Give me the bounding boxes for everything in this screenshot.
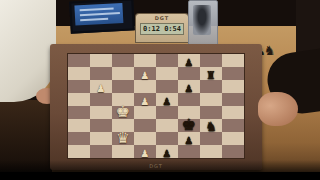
square-e8 bbox=[222, 106, 244, 119]
background-monitor bbox=[69, 0, 135, 34]
square-h7 bbox=[200, 145, 222, 158]
square-h2 bbox=[90, 145, 112, 158]
square-h4: ♟ bbox=[134, 145, 156, 158]
square-a4 bbox=[134, 54, 156, 67]
square-c8 bbox=[222, 80, 244, 93]
square-c2: ♟ bbox=[90, 80, 112, 93]
square-e2 bbox=[90, 106, 112, 119]
square-h3 bbox=[112, 145, 134, 158]
black-time: 0:54 bbox=[164, 25, 181, 33]
square-c6: ♟ bbox=[178, 80, 200, 93]
square-a8 bbox=[222, 54, 244, 67]
square-b6 bbox=[178, 67, 200, 80]
square-a3 bbox=[112, 54, 134, 67]
square-h5: ♟ bbox=[156, 145, 178, 158]
square-d4: ♟ bbox=[134, 93, 156, 106]
square-f7: ♞ bbox=[200, 119, 222, 132]
square-e5 bbox=[156, 106, 178, 119]
square-b4: ♟ bbox=[134, 67, 156, 80]
square-h8 bbox=[222, 145, 244, 158]
square-e3: ♚ bbox=[112, 106, 134, 119]
monitor-content-line bbox=[80, 7, 114, 11]
square-a1 bbox=[68, 54, 90, 67]
square-g4 bbox=[134, 132, 156, 145]
square-e6 bbox=[178, 106, 200, 119]
square-f5 bbox=[156, 119, 178, 132]
square-d6 bbox=[178, 93, 200, 106]
chess-board: ♟♟♜♟♟♟♟♚♚♞♛♟♟♟ DGT bbox=[50, 44, 262, 170]
black-pawn-h5: ♟ bbox=[163, 149, 172, 159]
square-c7 bbox=[200, 80, 222, 93]
board-grid: ♟♟♜♟♟♟♟♚♚♞♛♟♟♟ bbox=[68, 54, 244, 158]
square-c3 bbox=[112, 80, 134, 93]
square-b8 bbox=[222, 67, 244, 80]
square-c1 bbox=[68, 80, 90, 93]
square-b2 bbox=[90, 67, 112, 80]
bottom-shadow bbox=[0, 160, 320, 172]
white-queen-g3: ♛ bbox=[116, 131, 129, 146]
letterbox-bar bbox=[0, 172, 320, 180]
square-f8 bbox=[222, 119, 244, 132]
square-e4 bbox=[134, 106, 156, 119]
square-e7 bbox=[200, 106, 222, 119]
square-c5 bbox=[156, 80, 178, 93]
broadcast-frame: DGT 0:12 0:54 ♟♞ ♟♟♜♟♟♟♟♚♚♞♛♟♟♟ DGT bbox=[0, 0, 320, 180]
square-e1 bbox=[68, 106, 90, 119]
square-a6: ♟ bbox=[178, 54, 200, 67]
dgt-chess-clock: DGT 0:12 0:54 bbox=[136, 14, 188, 42]
square-g7 bbox=[200, 132, 222, 145]
square-g5 bbox=[156, 132, 178, 145]
square-f1 bbox=[68, 119, 90, 132]
square-c4 bbox=[134, 80, 156, 93]
square-a5 bbox=[156, 54, 178, 67]
square-f4 bbox=[134, 119, 156, 132]
square-d1 bbox=[68, 93, 90, 106]
monitor-content-line bbox=[80, 12, 120, 16]
square-b1 bbox=[68, 67, 90, 80]
square-b3 bbox=[112, 67, 134, 80]
monitor-content-line bbox=[80, 18, 108, 21]
trophy-etching bbox=[193, 5, 211, 35]
white-king-e3: ♚ bbox=[116, 104, 130, 120]
square-g3: ♛ bbox=[112, 132, 134, 145]
square-d7 bbox=[200, 93, 222, 106]
clock-lcd: 0:12 0:54 bbox=[140, 23, 184, 35]
glass-trophy bbox=[188, 0, 218, 48]
square-f2 bbox=[90, 119, 112, 132]
square-b7: ♜ bbox=[200, 67, 222, 80]
square-g1 bbox=[68, 132, 90, 145]
black-king-f6: ♚ bbox=[182, 117, 196, 133]
square-d5: ♟ bbox=[156, 93, 178, 106]
clock-brand-label: DGT bbox=[136, 15, 188, 21]
square-f3 bbox=[112, 119, 134, 132]
white-time: 0:12 bbox=[143, 25, 160, 33]
square-h6 bbox=[178, 145, 200, 158]
square-a7 bbox=[200, 54, 222, 67]
square-d8 bbox=[222, 93, 244, 106]
square-g6: ♟ bbox=[178, 132, 200, 145]
right-player-hand bbox=[258, 92, 298, 126]
white-pawn-h4: ♟ bbox=[141, 149, 150, 159]
square-d3 bbox=[112, 93, 134, 106]
monitor-screen bbox=[74, 3, 123, 25]
square-g8 bbox=[222, 132, 244, 145]
square-f6: ♚ bbox=[178, 119, 200, 132]
square-b5 bbox=[156, 67, 178, 80]
square-h1 bbox=[68, 145, 90, 158]
square-d2 bbox=[90, 93, 112, 106]
square-g2 bbox=[90, 132, 112, 145]
square-a2 bbox=[90, 54, 112, 67]
